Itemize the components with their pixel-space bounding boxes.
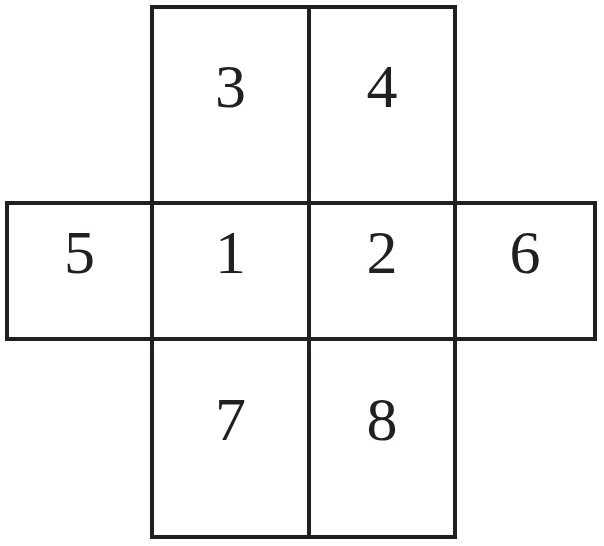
cell-label: 4 (367, 55, 398, 117)
cell-label: 1 (215, 221, 246, 283)
cell-label: 5 (64, 221, 95, 283)
cell-1: 1 (150, 201, 307, 341)
cell-label: 3 (215, 55, 246, 117)
cell-4: 4 (307, 5, 457, 201)
cell-label: 2 (367, 221, 398, 283)
cell-8: 8 (307, 341, 457, 539)
cell-3: 3 (150, 5, 307, 201)
cell-6: 6 (457, 201, 597, 341)
cell-label: 7 (215, 388, 246, 450)
cell-7: 7 (150, 341, 307, 539)
cross-net-grid: 3 4 5 1 2 6 7 8 (5, 5, 597, 539)
cell-2: 2 (307, 201, 457, 341)
cell-label: 6 (510, 221, 541, 283)
puzzle-figure: 3 4 5 1 2 6 7 8 (0, 0, 604, 546)
cell-5: 5 (5, 201, 150, 341)
cell-label: 8 (367, 388, 398, 450)
